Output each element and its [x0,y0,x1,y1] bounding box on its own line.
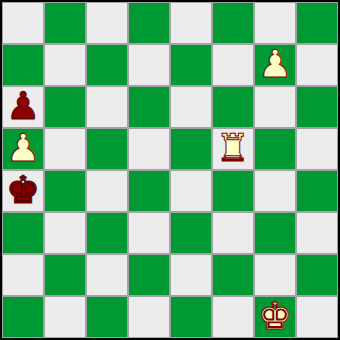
square-c7[interactable] [86,44,128,86]
square-h6[interactable] [296,86,338,128]
square-e4[interactable] [170,170,212,212]
square-b8[interactable] [44,2,86,44]
square-d7[interactable] [128,44,170,86]
square-a3[interactable] [2,212,44,254]
square-e5[interactable] [170,128,212,170]
piece-white-pawn[interactable]: ♟ [258,45,292,83]
square-h3[interactable] [296,212,338,254]
square-g6[interactable] [254,86,296,128]
square-e7[interactable] [170,44,212,86]
square-c3[interactable] [86,212,128,254]
square-e6[interactable] [170,86,212,128]
square-f2[interactable] [212,254,254,296]
square-b3[interactable] [44,212,86,254]
square-f1[interactable] [212,296,254,338]
square-c4[interactable] [86,170,128,212]
square-d6[interactable] [128,86,170,128]
square-c1[interactable] [86,296,128,338]
square-b1[interactable] [44,296,86,338]
square-a4[interactable]: ♚ [2,170,44,212]
square-h4[interactable] [296,170,338,212]
square-b7[interactable] [44,44,86,86]
square-g1[interactable]: ♚ [254,296,296,338]
piece-black-pawn[interactable]: ♟ [6,87,40,125]
square-f4[interactable] [212,170,254,212]
square-g8[interactable] [254,2,296,44]
square-g2[interactable] [254,254,296,296]
piece-black-king[interactable]: ♚ [6,171,40,209]
square-f8[interactable] [212,2,254,44]
square-d4[interactable] [128,170,170,212]
square-d5[interactable] [128,128,170,170]
piece-white-pawn[interactable]: ♟ [6,129,40,167]
square-e1[interactable] [170,296,212,338]
square-b5[interactable] [44,128,86,170]
square-a6[interactable]: ♟ [2,86,44,128]
square-a1[interactable] [2,296,44,338]
square-f6[interactable] [212,86,254,128]
square-b2[interactable] [44,254,86,296]
square-a5[interactable]: ♟ [2,128,44,170]
square-g7[interactable]: ♟ [254,44,296,86]
square-d2[interactable] [128,254,170,296]
square-b6[interactable] [44,86,86,128]
square-e2[interactable] [170,254,212,296]
square-c5[interactable] [86,128,128,170]
square-h7[interactable] [296,44,338,86]
square-a8[interactable] [2,2,44,44]
square-a7[interactable] [2,44,44,86]
square-a2[interactable] [2,254,44,296]
square-f5[interactable]: ♜ [212,128,254,170]
piece-white-king[interactable]: ♚ [258,297,292,335]
square-c6[interactable] [86,86,128,128]
square-f7[interactable] [212,44,254,86]
chess-board-frame: ♟♟♟♜♚♚ [0,0,340,340]
piece-white-rook[interactable]: ♜ [216,129,250,167]
square-g4[interactable] [254,170,296,212]
square-h1[interactable] [296,296,338,338]
square-d8[interactable] [128,2,170,44]
square-d3[interactable] [128,212,170,254]
square-g3[interactable] [254,212,296,254]
square-f3[interactable] [212,212,254,254]
square-c8[interactable] [86,2,128,44]
square-e3[interactable] [170,212,212,254]
square-d1[interactable] [128,296,170,338]
square-h2[interactable] [296,254,338,296]
square-e8[interactable] [170,2,212,44]
square-b4[interactable] [44,170,86,212]
square-h8[interactable] [296,2,338,44]
square-g5[interactable] [254,128,296,170]
chess-board: ♟♟♟♜♚♚ [2,2,338,338]
square-c2[interactable] [86,254,128,296]
square-h5[interactable] [296,128,338,170]
